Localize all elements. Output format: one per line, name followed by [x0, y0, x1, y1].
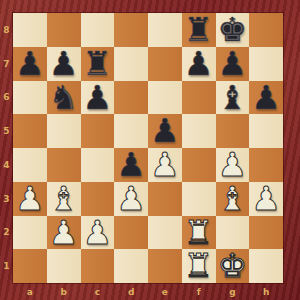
square-e3[interactable]: [148, 182, 182, 216]
white-pawn[interactable]: ♟: [15, 182, 45, 216]
square-d3[interactable]: ♟: [114, 182, 148, 216]
square-d7[interactable]: [114, 47, 148, 81]
square-h5[interactable]: [249, 114, 283, 148]
square-b7[interactable]: ♟: [47, 47, 81, 81]
square-f1[interactable]: ♜: [182, 249, 216, 283]
white-pawn[interactable]: ♟: [251, 182, 281, 216]
square-h3[interactable]: ♟: [249, 182, 283, 216]
rank-label-7: 7: [0, 47, 13, 81]
square-g3[interactable]: ♝: [216, 182, 250, 216]
square-f6[interactable]: [182, 81, 216, 115]
square-g4[interactable]: ♟: [216, 148, 250, 182]
square-b8[interactable]: [47, 13, 81, 47]
file-label-a: a: [13, 283, 47, 300]
square-b3[interactable]: ♝: [47, 182, 81, 216]
black-knight[interactable]: ♞: [49, 81, 79, 115]
file-label-b: b: [47, 283, 81, 300]
white-pawn[interactable]: ♟: [83, 216, 113, 250]
square-h2[interactable]: [249, 216, 283, 250]
white-bishop[interactable]: ♝: [218, 182, 248, 216]
square-e8[interactable]: [148, 13, 182, 47]
square-h6[interactable]: ♟: [249, 81, 283, 115]
rank-label-8: 8: [0, 13, 13, 47]
white-rook[interactable]: ♜: [184, 249, 214, 283]
white-pawn[interactable]: ♟: [218, 148, 248, 182]
white-pawn[interactable]: ♟: [116, 182, 146, 216]
square-a1[interactable]: [13, 249, 47, 283]
square-f2[interactable]: ♜: [182, 216, 216, 250]
square-h1[interactable]: [249, 249, 283, 283]
square-d8[interactable]: [114, 13, 148, 47]
square-d6[interactable]: [114, 81, 148, 115]
square-c8[interactable]: [81, 13, 115, 47]
black-pawn[interactable]: ♟: [251, 81, 281, 115]
square-c1[interactable]: [81, 249, 115, 283]
file-label-g: g: [216, 283, 250, 300]
black-pawn[interactable]: ♟: [150, 114, 180, 148]
rank-label-6: 6: [0, 81, 13, 115]
square-e2[interactable]: [148, 216, 182, 250]
square-c4[interactable]: [81, 148, 115, 182]
white-pawn[interactable]: ♟: [49, 216, 79, 250]
black-bishop[interactable]: ♝: [218, 81, 248, 115]
black-pawn[interactable]: ♟: [116, 148, 146, 182]
square-e6[interactable]: [148, 81, 182, 115]
black-pawn[interactable]: ♟: [184, 47, 214, 81]
square-c5[interactable]: [81, 114, 115, 148]
file-label-d: d: [114, 283, 148, 300]
rank-label-2: 2: [0, 216, 13, 250]
square-a4[interactable]: [13, 148, 47, 182]
white-pawn[interactable]: ♟: [150, 148, 180, 182]
square-b6[interactable]: ♞: [47, 81, 81, 115]
file-coordinates: abcdefgh: [13, 283, 283, 300]
square-g2[interactable]: [216, 216, 250, 250]
rank-label-5: 5: [0, 114, 13, 148]
chess-board-frame: 87654321 ♜♚♟♟♜♟♟♞♟♝♟♟♟♟♟♟♝♟♝♟♟♟♜♜♚ abcde…: [0, 0, 300, 300]
rank-label-3: 3: [0, 182, 13, 216]
black-pawn[interactable]: ♟: [83, 81, 113, 115]
square-e4[interactable]: ♟: [148, 148, 182, 182]
square-e5[interactable]: ♟: [148, 114, 182, 148]
square-f4[interactable]: [182, 148, 216, 182]
square-h4[interactable]: [249, 148, 283, 182]
square-f5[interactable]: [182, 114, 216, 148]
square-a6[interactable]: [13, 81, 47, 115]
square-a2[interactable]: [13, 216, 47, 250]
square-e1[interactable]: [148, 249, 182, 283]
square-g6[interactable]: ♝: [216, 81, 250, 115]
white-bishop[interactable]: ♝: [49, 182, 79, 216]
square-h8[interactable]: [249, 13, 283, 47]
white-rook[interactable]: ♜: [184, 216, 214, 250]
file-label-e: e: [148, 283, 182, 300]
square-b2[interactable]: ♟: [47, 216, 81, 250]
black-pawn[interactable]: ♟: [218, 47, 248, 81]
square-c7[interactable]: ♜: [81, 47, 115, 81]
square-b1[interactable]: [47, 249, 81, 283]
square-g7[interactable]: ♟: [216, 47, 250, 81]
square-e7[interactable]: [148, 47, 182, 81]
white-king[interactable]: ♚: [218, 249, 248, 283]
square-c3[interactable]: [81, 182, 115, 216]
square-b4[interactable]: [47, 148, 81, 182]
square-a5[interactable]: [13, 114, 47, 148]
square-d1[interactable]: [114, 249, 148, 283]
square-g8[interactable]: ♚: [216, 13, 250, 47]
chess-board[interactable]: ♜♚♟♟♜♟♟♞♟♝♟♟♟♟♟♟♝♟♝♟♟♟♜♜♚: [13, 13, 283, 283]
square-g1[interactable]: ♚: [216, 249, 250, 283]
square-f7[interactable]: ♟: [182, 47, 216, 81]
square-c2[interactable]: ♟: [81, 216, 115, 250]
square-d5[interactable]: [114, 114, 148, 148]
black-rook[interactable]: ♜: [83, 47, 113, 81]
square-a8[interactable]: [13, 13, 47, 47]
square-g5[interactable]: [216, 114, 250, 148]
rank-label-4: 4: [0, 148, 13, 182]
file-label-c: c: [81, 283, 115, 300]
black-pawn[interactable]: ♟: [15, 47, 45, 81]
square-c6[interactable]: ♟: [81, 81, 115, 115]
square-b5[interactable]: [47, 114, 81, 148]
file-label-f: f: [182, 283, 216, 300]
file-label-h: h: [249, 283, 283, 300]
black-pawn[interactable]: ♟: [49, 47, 79, 81]
square-a7[interactable]: ♟: [13, 47, 47, 81]
square-h7[interactable]: [249, 47, 283, 81]
rank-coordinates: 87654321: [0, 13, 13, 283]
square-d2[interactable]: [114, 216, 148, 250]
black-rook[interactable]: ♜: [184, 13, 214, 47]
black-king[interactable]: ♚: [218, 13, 248, 47]
square-f3[interactable]: [182, 182, 216, 216]
square-a3[interactable]: ♟: [13, 182, 47, 216]
square-f8[interactable]: ♜: [182, 13, 216, 47]
rank-label-1: 1: [0, 249, 13, 283]
square-d4[interactable]: ♟: [114, 148, 148, 182]
